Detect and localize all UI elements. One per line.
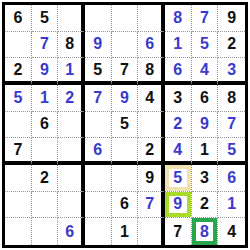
cell-r5c2[interactable]: 6 — [32, 112, 59, 139]
cell-r4c3[interactable]: 2 — [58, 85, 85, 112]
cell-r4c8[interactable]: 6 — [192, 85, 219, 112]
cell-r9c5[interactable]: 1 — [112, 218, 139, 245]
cell-r7c1[interactable] — [5, 165, 32, 192]
cell-r5c7[interactable]: 2 — [165, 112, 192, 139]
cell-r4c6[interactable]: 4 — [138, 85, 165, 112]
cell-r7c2[interactable]: 2 — [32, 165, 59, 192]
cell-r7c9[interactable]: 6 — [218, 165, 245, 192]
cell-r5c9[interactable]: 7 — [218, 112, 245, 139]
cell-r6c1[interactable]: 7 — [5, 138, 32, 165]
cell-r3c6[interactable]: 8 — [138, 58, 165, 85]
cell-r7c4[interactable] — [85, 165, 112, 192]
cell-r5c5[interactable]: 5 — [112, 112, 139, 139]
cell-r4c9[interactable]: 8 — [218, 85, 245, 112]
cell-r8c1[interactable] — [5, 192, 32, 219]
cell-r1c8[interactable]: 7 — [192, 5, 219, 32]
cell-r8c7[interactable]: 9 — [165, 192, 192, 219]
cell-r9c8[interactable]: 8 — [192, 218, 219, 245]
cell-r1c5[interactable] — [112, 5, 139, 32]
cell-r6c2[interactable] — [32, 138, 59, 165]
cell-r1c4[interactable] — [85, 5, 112, 32]
cell-r2c1[interactable] — [5, 32, 32, 59]
cell-r4c1[interactable]: 5 — [5, 85, 32, 112]
cell-r3c8[interactable]: 4 — [192, 58, 219, 85]
cell-r9c7[interactable]: 7 — [165, 218, 192, 245]
cell-r5c1[interactable] — [5, 112, 32, 139]
cell-r3c4[interactable]: 5 — [85, 58, 112, 85]
cell-r6c3[interactable] — [58, 138, 85, 165]
cell-r3c2[interactable]: 9 — [32, 58, 59, 85]
cell-r1c7[interactable]: 8 — [165, 5, 192, 32]
cell-r8c8[interactable]: 2 — [192, 192, 219, 219]
cell-r9c3[interactable]: 6 — [58, 218, 85, 245]
cell-r3c3[interactable]: 1 — [58, 58, 85, 85]
cell-r6c7[interactable]: 4 — [165, 138, 192, 165]
cell-r8c3[interactable] — [58, 192, 85, 219]
cell-r2c9[interactable]: 2 — [218, 32, 245, 59]
cell-r9c6[interactable] — [138, 218, 165, 245]
cell-r6c6[interactable]: 2 — [138, 138, 165, 165]
cell-r2c8[interactable]: 5 — [192, 32, 219, 59]
cell-r8c9[interactable]: 1 — [218, 192, 245, 219]
cell-r8c5[interactable]: 6 — [112, 192, 139, 219]
cell-r1c6[interactable] — [138, 5, 165, 32]
cell-r9c9[interactable]: 4 — [218, 218, 245, 245]
cell-r6c8[interactable]: 1 — [192, 138, 219, 165]
cell-r5c8[interactable]: 9 — [192, 112, 219, 139]
cell-r2c4[interactable]: 9 — [85, 32, 112, 59]
cell-r6c4[interactable]: 6 — [85, 138, 112, 165]
cell-r3c9[interactable]: 3 — [218, 58, 245, 85]
cell-r5c4[interactable] — [85, 112, 112, 139]
cell-r3c7[interactable]: 6 — [165, 58, 192, 85]
cell-r3c5[interactable]: 7 — [112, 58, 139, 85]
cell-r4c2[interactable]: 1 — [32, 85, 59, 112]
cell-r1c9[interactable]: 9 — [218, 5, 245, 32]
cell-r9c1[interactable] — [5, 218, 32, 245]
cell-r5c6[interactable] — [138, 112, 165, 139]
cell-r3c1[interactable]: 2 — [5, 58, 32, 85]
cell-r2c3[interactable]: 8 — [58, 32, 85, 59]
cell-r4c7[interactable]: 3 — [165, 85, 192, 112]
sudoku-app: 6587978961522915786435127943686529776241… — [0, 0, 250, 250]
cell-r7c6[interactable]: 9 — [138, 165, 165, 192]
cell-r1c1[interactable]: 6 — [5, 5, 32, 32]
cell-r4c4[interactable]: 7 — [85, 85, 112, 112]
cell-r8c2[interactable] — [32, 192, 59, 219]
cell-r7c7[interactable]: 5 — [165, 165, 192, 192]
cell-r6c5[interactable] — [112, 138, 139, 165]
cell-r6c9[interactable]: 5 — [218, 138, 245, 165]
cell-r8c4[interactable] — [85, 192, 112, 219]
cell-r2c6[interactable]: 6 — [138, 32, 165, 59]
cell-r1c3[interactable] — [58, 5, 85, 32]
cell-r1c2[interactable]: 5 — [32, 5, 59, 32]
cell-r7c3[interactable] — [58, 165, 85, 192]
cell-r2c2[interactable]: 7 — [32, 32, 59, 59]
cell-r5c3[interactable] — [58, 112, 85, 139]
cell-r4c5[interactable]: 9 — [112, 85, 139, 112]
cell-r2c5[interactable] — [112, 32, 139, 59]
cell-r9c2[interactable] — [32, 218, 59, 245]
cell-r9c4[interactable] — [85, 218, 112, 245]
cell-r8c6[interactable]: 7 — [138, 192, 165, 219]
sudoku-board: 6587978961522915786435127943686529776241… — [2, 2, 248, 248]
cell-r7c8[interactable]: 3 — [192, 165, 219, 192]
cell-r2c7[interactable]: 1 — [165, 32, 192, 59]
cell-r7c5[interactable] — [112, 165, 139, 192]
